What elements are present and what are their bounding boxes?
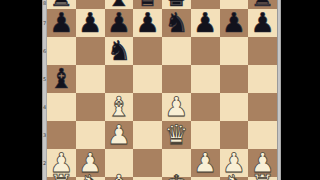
square-g4[interactable] (220, 93, 249, 121)
square-a1[interactable]: ♜ (47, 177, 76, 180)
square-b7[interactable]: ♟ (76, 9, 105, 37)
piece-black-pawn[interactable]: ♟ (133, 9, 162, 37)
square-f3[interactable] (191, 121, 220, 149)
square-d3[interactable] (133, 121, 162, 149)
square-h1[interactable]: ♜ (248, 177, 277, 180)
square-c7[interactable]: ♟ (105, 9, 134, 37)
square-f1[interactable] (191, 177, 220, 180)
letterbox-right (281, 0, 320, 180)
square-e7[interactable]: ♞ (162, 9, 191, 37)
square-g1[interactable]: ♞ (220, 177, 249, 180)
piece-white-pawn[interactable]: ♟ (162, 93, 191, 121)
square-e3[interactable]: ♛ (162, 121, 191, 149)
square-c5[interactable] (105, 65, 134, 93)
piece-white-pawn[interactable]: ♟ (105, 121, 134, 149)
video-frame: 87654321 ♜♝♛♚♜♟♟♟♟♞♟♟♟♞♝♝♟♟♛♟♟♟♟♟♜♞♝♚♞♜ (0, 0, 320, 180)
piece-white-rook[interactable]: ♜ (47, 171, 76, 180)
square-d1[interactable] (133, 177, 162, 180)
board-frame-right (277, 0, 281, 180)
square-f7[interactable]: ♟ (191, 9, 220, 37)
square-d5[interactable] (133, 65, 162, 93)
square-h7[interactable]: ♟ (248, 9, 277, 37)
square-g5[interactable] (220, 65, 249, 93)
square-h5[interactable] (248, 65, 277, 93)
piece-black-pawn[interactable]: ♟ (248, 9, 277, 37)
square-d2[interactable] (133, 149, 162, 177)
piece-black-knight[interactable]: ♞ (162, 9, 191, 37)
chess-board: ♜♝♛♚♜♟♟♟♟♞♟♟♟♞♝♝♟♟♛♟♟♟♟♟♜♞♝♚♞♜ (47, 0, 277, 180)
square-c6[interactable]: ♞ (105, 37, 134, 65)
square-a5[interactable]: ♝ (47, 65, 76, 93)
square-f5[interactable] (191, 65, 220, 93)
square-d6[interactable] (133, 37, 162, 65)
square-a3[interactable] (47, 121, 76, 149)
piece-black-pawn[interactable]: ♟ (191, 9, 220, 37)
square-b3[interactable] (76, 121, 105, 149)
square-f4[interactable] (191, 93, 220, 121)
square-a7[interactable]: ♟ (47, 9, 76, 37)
square-c4[interactable]: ♝ (105, 93, 134, 121)
piece-white-knight[interactable]: ♞ (76, 171, 105, 180)
square-d7[interactable]: ♟ (133, 9, 162, 37)
square-g7[interactable]: ♟ (220, 9, 249, 37)
piece-black-bishop[interactable]: ♝ (47, 65, 76, 93)
square-h6[interactable] (248, 37, 277, 65)
square-c1[interactable]: ♝ (105, 177, 134, 180)
piece-black-pawn[interactable]: ♟ (105, 9, 134, 37)
piece-white-knight[interactable]: ♞ (220, 171, 249, 180)
square-g3[interactable] (220, 121, 249, 149)
piece-black-knight[interactable]: ♞ (105, 37, 134, 65)
square-d4[interactable] (133, 93, 162, 121)
square-a4[interactable] (47, 93, 76, 121)
square-b4[interactable] (76, 93, 105, 121)
piece-black-pawn[interactable]: ♟ (47, 9, 76, 37)
piece-white-rook[interactable]: ♜ (248, 171, 277, 180)
square-b1[interactable]: ♞ (76, 177, 105, 180)
square-e6[interactable] (162, 37, 191, 65)
piece-white-bishop[interactable]: ♝ (105, 93, 134, 121)
square-f6[interactable] (191, 37, 220, 65)
square-f2[interactable]: ♟ (191, 149, 220, 177)
piece-black-pawn[interactable]: ♟ (220, 9, 249, 37)
square-e1[interactable]: ♚ (162, 177, 191, 180)
piece-black-pawn[interactable]: ♟ (76, 9, 105, 37)
piece-white-king[interactable]: ♚ (162, 171, 191, 180)
piece-white-queen[interactable]: ♛ (162, 121, 191, 149)
square-e5[interactable] (162, 65, 191, 93)
square-h3[interactable] (248, 121, 277, 149)
square-h4[interactable] (248, 93, 277, 121)
piece-white-bishop[interactable]: ♝ (105, 171, 134, 180)
square-g6[interactable] (220, 37, 249, 65)
letterbox-left (0, 0, 42, 180)
square-b6[interactable] (76, 37, 105, 65)
square-c3[interactable]: ♟ (105, 121, 134, 149)
square-e4[interactable]: ♟ (162, 93, 191, 121)
square-b5[interactable] (76, 65, 105, 93)
square-a6[interactable] (47, 37, 76, 65)
piece-white-pawn[interactable]: ♟ (191, 149, 220, 177)
